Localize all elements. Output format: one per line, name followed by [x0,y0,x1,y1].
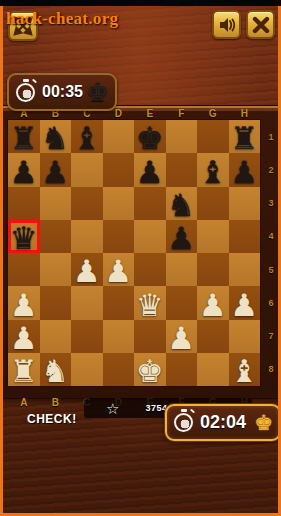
white-timer: 02:04 ♚ [165,404,281,441]
square-f6[interactable]: ♞ [166,187,198,220]
square-g8[interactable] [197,120,229,153]
close-button[interactable] [246,10,275,39]
piece-black-pawn: ♟ [134,154,166,190]
piece-white-pawn: ♟ [166,320,198,356]
stopwatch-icon [174,413,193,432]
frame-left [0,6,3,516]
piece-black-bishop: ♝ [197,154,229,190]
square-b2[interactable] [40,320,72,353]
square-d1[interactable] [103,353,135,386]
rank-label-5: 5 [264,253,278,286]
square-a8[interactable]: ♜ [8,120,40,153]
square-e7[interactable]: ♟ [134,153,166,186]
board-grid: ♜♞♝♚♜♟♟♟♝♟♞♛♟♟♟♟♛♟♟♟♟♜♞♚♝ [8,120,260,386]
file-label-a-bottom: A [8,397,40,409]
piece-white-pawn: ♟ [229,287,261,323]
black-king-icon: ♚ [86,79,109,105]
square-f8[interactable] [166,120,198,153]
rank-label-1: 1 [264,120,278,153]
piece-white-pawn: ♟ [8,287,40,323]
square-a3[interactable]: ♟ [8,286,40,319]
square-d6[interactable] [103,187,135,220]
square-h8[interactable]: ♜ [229,120,261,153]
square-d7[interactable] [103,153,135,186]
speaker-icon [217,15,237,35]
square-b4[interactable] [40,253,72,286]
rank-label-7: 7 [264,320,278,353]
file-label-g-top: G [197,108,229,120]
square-c2[interactable] [71,320,103,353]
square-g3[interactable]: ♟ [197,286,229,319]
close-icon [251,15,271,35]
square-c6[interactable] [71,187,103,220]
rank-labels-right: 12345678 [264,120,278,386]
square-h5[interactable] [229,220,261,253]
piece-black-queen: ♛ [8,220,40,256]
piece-white-pawn: ♟ [103,253,135,289]
square-g1[interactable] [197,353,229,386]
square-b7[interactable]: ♟ [40,153,72,186]
piece-white-knight: ♞ [40,353,72,389]
piece-white-rook: ♜ [8,353,40,389]
square-a5[interactable]: ♛ [8,220,40,253]
square-d2[interactable] [103,320,135,353]
square-h4[interactable] [229,253,261,286]
square-g4[interactable] [197,253,229,286]
square-b8[interactable]: ♞ [40,120,72,153]
piece-white-bishop: ♝ [229,353,261,389]
square-a2[interactable]: ♟ [8,320,40,353]
square-h2[interactable] [229,320,261,353]
square-h1[interactable]: ♝ [229,353,261,386]
star-icon: ☆ [106,401,119,416]
stopwatch-icon [16,83,35,102]
piece-black-pawn: ♟ [166,220,198,256]
piece-black-pawn: ♟ [8,154,40,190]
square-f3[interactable] [166,286,198,319]
square-a1[interactable]: ♜ [8,353,40,386]
square-b5[interactable] [40,220,72,253]
piece-black-pawn: ♟ [229,154,261,190]
check-status-label: CHECK! [27,412,77,426]
piece-black-bishop: ♝ [71,120,103,156]
square-c1[interactable] [71,353,103,386]
square-e1[interactable]: ♚ [134,353,166,386]
square-f2[interactable]: ♟ [166,320,198,353]
square-d5[interactable] [103,220,135,253]
square-c8[interactable]: ♝ [71,120,103,153]
square-b6[interactable] [40,187,72,220]
rank-label-3: 3 [264,187,278,220]
square-b1[interactable]: ♞ [40,353,72,386]
square-g5[interactable] [197,220,229,253]
square-h6[interactable] [229,187,261,220]
file-label-f-top: F [166,108,198,120]
square-f7[interactable] [166,153,198,186]
square-f1[interactable] [166,353,198,386]
square-a7[interactable]: ♟ [8,153,40,186]
black-time: 00:35 [42,83,83,101]
sound-button[interactable] [212,10,241,39]
square-d3[interactable] [103,286,135,319]
watermark-text: hack-cheat.org [6,9,118,29]
rank-label-8: 8 [264,353,278,386]
square-c5[interactable] [71,220,103,253]
square-f5[interactable]: ♟ [166,220,198,253]
rank-label-2: 2 [264,153,278,186]
rank-label-6: 6 [264,286,278,319]
chess-app-screen: hack-cheat.org [0,0,281,516]
square-h3[interactable]: ♟ [229,286,261,319]
piece-black-knight: ♞ [40,120,72,156]
square-b3[interactable] [40,286,72,319]
white-time: 02:04 [200,412,246,433]
square-e6[interactable] [134,187,166,220]
piece-white-pawn: ♟ [8,320,40,356]
piece-black-pawn: ♟ [40,154,72,190]
piece-black-king: ♚ [134,120,166,156]
piece-black-knight: ♞ [166,187,198,223]
square-e5[interactable] [134,220,166,253]
square-c3[interactable] [71,286,103,319]
frame-right [278,6,281,516]
black-timer: 00:35 ♚ [7,73,117,111]
file-label-h-top: H [229,108,261,120]
piece-white-pawn: ♟ [71,253,103,289]
square-c7[interactable] [71,153,103,186]
file-label-b-bottom: B [40,397,72,409]
file-label-e-top: E [134,108,166,120]
gold-king-icon: ♚ [254,412,273,433]
square-c4[interactable]: ♟ [71,253,103,286]
square-g2[interactable] [197,320,229,353]
piece-white-pawn: ♟ [197,287,229,323]
square-h7[interactable]: ♟ [229,153,261,186]
top-black-bar [0,0,281,6]
piece-white-queen: ♛ [134,287,166,323]
square-d8[interactable] [103,120,135,153]
square-e2[interactable] [134,320,166,353]
square-a6[interactable] [8,187,40,220]
square-g6[interactable] [197,187,229,220]
piece-black-rook: ♜ [229,120,261,156]
piece-black-rook: ♜ [8,120,40,156]
piece-white-king: ♚ [134,353,166,389]
square-d4[interactable]: ♟ [103,253,135,286]
rank-label-4: 4 [264,220,278,253]
square-e4[interactable] [134,253,166,286]
square-e8[interactable]: ♚ [134,120,166,153]
square-f4[interactable] [166,253,198,286]
square-e3[interactable]: ♛ [134,286,166,319]
square-g7[interactable]: ♝ [197,153,229,186]
square-a4[interactable] [8,253,40,286]
